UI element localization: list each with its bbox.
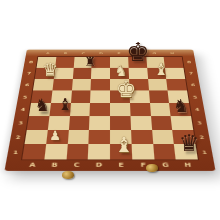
square-a6[interactable]	[33, 79, 54, 91]
black-bishop-b4[interactable]: ♝	[58, 97, 72, 113]
rank-label-7: 7	[183, 68, 198, 79]
rank-label-8: 8	[182, 57, 197, 68]
rank-label-3: 3	[191, 116, 208, 130]
square-h6[interactable]	[166, 79, 187, 91]
white-king-e5[interactable]: ♚	[116, 78, 137, 101]
square-g4[interactable]	[150, 103, 171, 116]
square-d6[interactable]	[91, 79, 110, 91]
rank-label-6: 6	[185, 79, 201, 91]
square-c5[interactable]	[71, 91, 91, 103]
black-queen-h1[interactable]: ♛	[179, 132, 200, 155]
black-rook-c8[interactable]: ♜	[84, 55, 96, 68]
square-c6[interactable]	[71, 79, 91, 91]
white-pawn-b2[interactable]: ♟	[49, 129, 61, 142]
square-c4[interactable]	[69, 103, 90, 116]
square-c2[interactable]	[67, 130, 89, 144]
file-label-b: B	[43, 159, 66, 170]
file-label-e: E	[110, 159, 132, 170]
square-g6[interactable]	[148, 79, 168, 91]
white-bishop-g7[interactable]: ♝	[154, 62, 168, 78]
square-e3[interactable]	[110, 116, 131, 130]
file-labels-bottom: ABCDEFGH	[20, 159, 199, 170]
square-d5[interactable]	[90, 91, 110, 103]
square-a3[interactable]	[27, 116, 49, 130]
rank-label-4: 4	[189, 103, 205, 116]
square-c7[interactable]	[72, 68, 91, 79]
square-b6[interactable]	[52, 79, 72, 91]
rank-label-5: 5	[187, 91, 203, 103]
square-a1[interactable]	[22, 144, 46, 159]
chess-board-photo: ABCDEFGH ABCDEFGH 12345678 12345678 ♚♜♛♞…	[0, 0, 220, 220]
black-knight-a4[interactable]: ♞	[34, 97, 49, 114]
square-e4[interactable]	[110, 103, 130, 116]
square-f1[interactable]	[131, 144, 154, 159]
square-g3[interactable]	[151, 116, 173, 130]
square-g5[interactable]	[149, 91, 170, 103]
file-label-d: D	[88, 159, 110, 170]
square-a2[interactable]	[25, 130, 48, 144]
square-d2[interactable]	[89, 130, 110, 144]
square-d4[interactable]	[90, 103, 110, 116]
square-c3[interactable]	[68, 116, 89, 130]
square-g1[interactable]	[153, 144, 176, 159]
square-g2[interactable]	[152, 130, 175, 144]
black-king-f8[interactable]: ♚	[126, 39, 149, 65]
square-b1[interactable]	[44, 144, 67, 159]
file-label-c: C	[65, 159, 88, 170]
brass-hinge-middle	[146, 164, 158, 172]
square-c1[interactable]	[66, 144, 89, 159]
black-knight-h4[interactable]: ♞	[173, 97, 189, 115]
square-f2[interactable]	[131, 130, 153, 144]
square-f3[interactable]	[130, 116, 151, 130]
square-d1[interactable]	[88, 144, 110, 159]
square-h3[interactable]	[171, 116, 193, 130]
square-d3[interactable]	[89, 116, 110, 130]
brass-hinge-left	[62, 171, 74, 179]
white-queen-a7[interactable]: ♛	[42, 61, 58, 79]
square-f4[interactable]	[130, 103, 151, 116]
file-label-a: A	[20, 159, 44, 170]
white-bishop-e1[interactable]: ♝	[115, 135, 134, 156]
square-d7[interactable]	[91, 68, 110, 79]
file-label-h: H	[176, 159, 200, 170]
